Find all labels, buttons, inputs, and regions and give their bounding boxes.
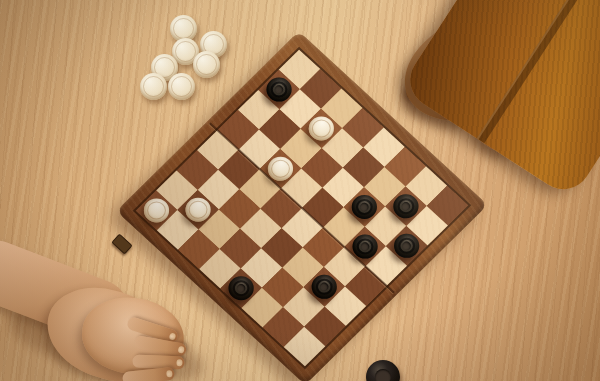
- captured-black-piece[interactable]: [366, 360, 400, 381]
- checkers-game-photo: [0, 0, 600, 381]
- captured-white-piece[interactable]: [193, 51, 220, 78]
- captured-white-piece[interactable]: [168, 73, 195, 100]
- child-ring-finger: [132, 355, 184, 370]
- captured-white-piece[interactable]: [140, 73, 167, 100]
